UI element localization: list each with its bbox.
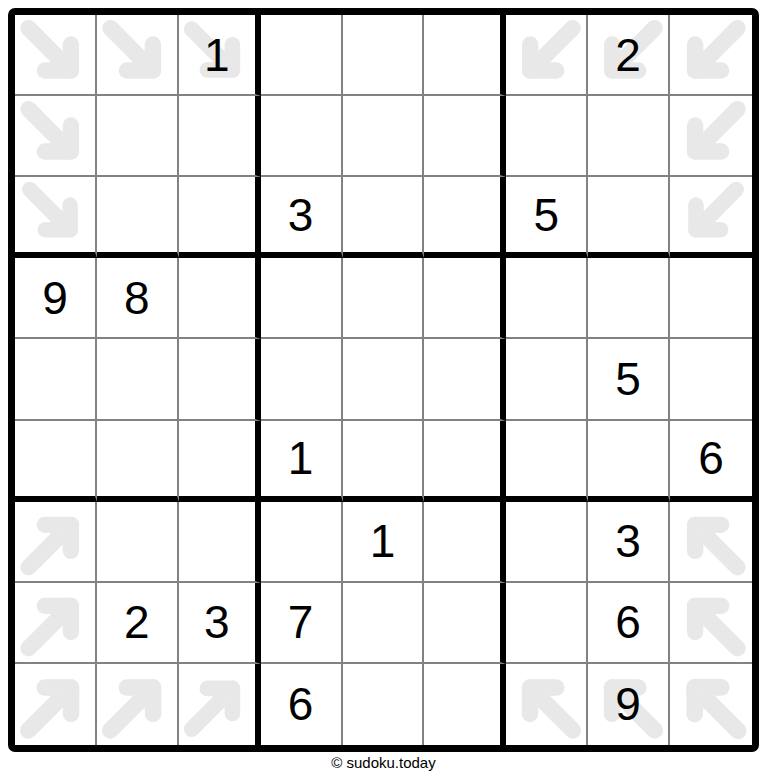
cell-r8c5[interactable]: [343, 583, 425, 664]
given-digit: 6: [288, 681, 314, 727]
cell-r9c1[interactable]: [15, 664, 97, 745]
cell-r6c8[interactable]: [588, 421, 670, 502]
cell-r2c5[interactable]: [343, 96, 425, 177]
cell-r2c3[interactable]: [179, 96, 261, 177]
cell-r2c8[interactable]: [588, 96, 670, 177]
given-digit: 5: [533, 192, 559, 238]
cell-r1c7[interactable]: [506, 15, 588, 96]
cell-r1c5[interactable]: [343, 15, 425, 96]
cell-r6c7[interactable]: [506, 421, 588, 502]
cell-r6c1[interactable]: [15, 421, 97, 502]
cell-r8c7[interactable]: [506, 583, 588, 664]
cell-r5c5[interactable]: [343, 339, 425, 420]
cell-r6c2[interactable]: [97, 421, 179, 502]
arrow-down-right-icon: [17, 98, 92, 172]
cell-r8c9[interactable]: [670, 583, 752, 664]
cell-r1c9[interactable]: [670, 15, 752, 96]
cell-r1c4[interactable]: [261, 15, 343, 96]
cell-r9c8[interactable]: 9: [588, 664, 670, 745]
cell-r5c1[interactable]: [15, 339, 97, 420]
cell-r5c3[interactable]: [179, 339, 261, 420]
arrow-up-right-icon: [18, 585, 92, 660]
arrow-up-left-icon: [673, 585, 750, 659]
cell-r2c7[interactable]: [506, 96, 588, 177]
cell-r1c1[interactable]: [15, 15, 97, 96]
cell-r9c7[interactable]: [506, 664, 588, 745]
cell-r7c1[interactable]: [15, 502, 97, 583]
cell-r8c1[interactable]: [15, 583, 97, 664]
arrow-up-right-icon: [179, 669, 255, 740]
cell-r6c4[interactable]: 1: [261, 421, 343, 502]
given-digit: 2: [124, 599, 150, 645]
arrow-down-right-icon: [99, 17, 174, 91]
given-digit: 8: [124, 275, 150, 321]
cell-r5c6[interactable]: [424, 339, 506, 420]
sudoku-board: 12359851613237669: [8, 8, 759, 752]
cell-r6c5[interactable]: [343, 421, 425, 502]
given-digit: 1: [288, 435, 314, 481]
cell-r3c6[interactable]: [424, 177, 506, 258]
cell-r4c4[interactable]: [261, 258, 343, 339]
cell-r4c2[interactable]: 8: [97, 258, 179, 339]
arrow-up-right-icon: [18, 504, 92, 579]
cell-r2c2[interactable]: [97, 96, 179, 177]
cell-r5c8[interactable]: 5: [588, 339, 670, 420]
given-digit: 1: [204, 32, 230, 78]
arrow-down-left-icon: [676, 176, 747, 253]
cell-r4c6[interactable]: [424, 258, 506, 339]
given-digit: 6: [698, 435, 724, 481]
cell-r3c5[interactable]: [343, 177, 425, 258]
given-digit: 1: [370, 518, 396, 564]
cell-r5c2[interactable]: [97, 339, 179, 420]
cell-r4c8[interactable]: [588, 258, 670, 339]
cell-r6c3[interactable]: [179, 421, 261, 502]
given-digit: 9: [615, 681, 641, 727]
cell-r9c6[interactable]: [424, 664, 506, 745]
cell-r4c7[interactable]: [506, 258, 588, 339]
given-digit: 3: [288, 192, 314, 238]
cell-r5c9[interactable]: [670, 339, 752, 420]
cell-r7c7[interactable]: [506, 502, 588, 583]
cell-r8c4[interactable]: 7: [261, 583, 343, 664]
cell-r5c4[interactable]: [261, 339, 343, 420]
sudoku-page: 12359851613237669 © sudoku.today: [0, 0, 767, 777]
cell-r8c2[interactable]: 2: [97, 583, 179, 664]
given-digit: 7: [288, 599, 314, 645]
arrow-down-right-icon: [17, 179, 92, 250]
arrow-up-right-icon: [99, 667, 175, 742]
cell-r4c5[interactable]: [343, 258, 425, 339]
arrow-up-left-icon: [509, 666, 584, 742]
cell-r4c3[interactable]: [179, 258, 261, 339]
cell-r3c9[interactable]: [670, 177, 752, 258]
arrow-up-right-icon: [17, 667, 93, 742]
cell-r7c4[interactable]: [261, 502, 343, 583]
arrow-down-right-icon: [17, 17, 92, 91]
copyright-credit: © sudoku.today: [0, 754, 767, 771]
cell-r1c2[interactable]: [97, 15, 179, 96]
cell-r2c9[interactable]: [670, 96, 752, 177]
cell-r8c3[interactable]: 3: [179, 583, 261, 664]
arrow-down-left-icon: [509, 17, 583, 92]
arrow-down-left-icon: [674, 16, 748, 93]
cell-r3c2[interactable]: [97, 177, 179, 258]
cell-r2c1[interactable]: [15, 96, 97, 177]
given-digit: 9: [42, 275, 68, 321]
cell-r5c7[interactable]: [506, 339, 588, 420]
cell-r9c4[interactable]: 6: [261, 664, 343, 745]
cell-r3c1[interactable]: [15, 177, 97, 258]
cell-r7c8[interactable]: 3: [588, 502, 670, 583]
cell-r9c9[interactable]: [670, 664, 752, 745]
cell-r2c4[interactable]: [261, 96, 343, 177]
given-digit: 5: [615, 356, 641, 402]
cell-r9c5[interactable]: [343, 664, 425, 745]
cell-r3c3[interactable]: [179, 177, 261, 258]
cell-r9c3[interactable]: [179, 664, 261, 745]
cell-r3c7[interactable]: 5: [506, 177, 588, 258]
cell-r1c6[interactable]: [424, 15, 506, 96]
cell-r7c3[interactable]: [179, 502, 261, 583]
cell-r1c8[interactable]: 2: [588, 15, 670, 96]
cell-r1c3[interactable]: 1: [179, 15, 261, 96]
cell-r7c9[interactable]: [670, 502, 752, 583]
cell-r8c8[interactable]: 6: [588, 583, 670, 664]
cell-r3c8[interactable]: [588, 177, 670, 258]
given-digit: 2: [615, 32, 641, 78]
cell-r4c9[interactable]: [670, 258, 752, 339]
arrow-down-left-icon: [674, 97, 748, 174]
arrow-up-left-icon: [673, 666, 750, 742]
given-digit: 3: [204, 599, 230, 645]
cell-r7c2[interactable]: [97, 502, 179, 583]
cell-r7c5[interactable]: 1: [343, 502, 425, 583]
cell-r6c6[interactable]: [424, 421, 506, 502]
arrow-up-left-icon: [673, 504, 750, 578]
cell-r2c6[interactable]: [424, 96, 506, 177]
cell-r9c2[interactable]: [97, 664, 179, 745]
cell-r4c1[interactable]: 9: [15, 258, 97, 339]
cell-r6c9[interactable]: 6: [670, 421, 752, 502]
given-digit: 6: [615, 599, 641, 645]
cell-r7c6[interactable]: [424, 502, 506, 583]
cell-r3c4[interactable]: 3: [261, 177, 343, 258]
given-digit: 3: [615, 518, 641, 564]
cell-r8c6[interactable]: [424, 583, 506, 664]
